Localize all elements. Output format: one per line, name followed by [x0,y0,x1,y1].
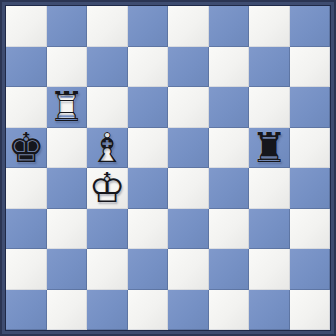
square-a5[interactable]: ♚ [6,128,47,169]
square-c3[interactable] [87,209,128,250]
black-king-glyph: ♚ [6,128,47,169]
square-e7[interactable] [168,47,209,88]
square-g6[interactable] [249,87,290,128]
square-g1[interactable] [249,290,290,331]
square-b8[interactable] [47,6,88,47]
square-f8[interactable] [209,6,250,47]
square-e8[interactable] [168,6,209,47]
square-g2[interactable] [249,249,290,290]
black-rook-glyph: ♜ [249,128,290,169]
square-c8[interactable] [87,6,128,47]
square-d8[interactable] [128,6,169,47]
square-e4[interactable] [168,168,209,209]
square-a4[interactable] [6,168,47,209]
square-d3[interactable] [128,209,169,250]
square-c5[interactable]: ♝♗ [87,128,128,169]
square-d4[interactable] [128,168,169,209]
square-b4[interactable] [47,168,88,209]
square-e5[interactable] [168,128,209,169]
square-f4[interactable] [209,168,250,209]
square-a1[interactable] [6,290,47,331]
white-bishop[interactable]: ♝♗ [87,128,128,169]
black-rook[interactable]: ♜ [249,128,290,169]
square-d6[interactable] [128,87,169,128]
square-b5[interactable] [47,128,88,169]
white-rook[interactable]: ♜♖ [47,87,88,128]
square-b6[interactable]: ♜♖ [47,87,88,128]
square-e3[interactable] [168,209,209,250]
square-a6[interactable] [6,87,47,128]
square-a3[interactable] [6,209,47,250]
square-b2[interactable] [47,249,88,290]
square-f1[interactable] [209,290,250,331]
square-h4[interactable] [290,168,331,209]
square-f3[interactable] [209,209,250,250]
chess-board-frame: ♜♖♚♝♗♜♚♔ [0,0,336,336]
square-a2[interactable] [6,249,47,290]
square-a8[interactable] [6,6,47,47]
square-f7[interactable] [209,47,250,88]
square-h7[interactable] [290,47,331,88]
square-h3[interactable] [290,209,331,250]
square-e2[interactable] [168,249,209,290]
square-h8[interactable] [290,6,331,47]
square-d5[interactable] [128,128,169,169]
square-g8[interactable] [249,6,290,47]
square-b1[interactable] [47,290,88,331]
square-g4[interactable] [249,168,290,209]
square-c7[interactable] [87,47,128,88]
square-h1[interactable] [290,290,331,331]
square-h6[interactable] [290,87,331,128]
square-f5[interactable] [209,128,250,169]
black-king[interactable]: ♚ [6,128,47,169]
square-e1[interactable] [168,290,209,331]
square-a7[interactable] [6,47,47,88]
square-g5[interactable]: ♜ [249,128,290,169]
chess-board: ♜♖♚♝♗♜♚♔ [6,6,330,330]
white-king[interactable]: ♚♔ [87,168,128,209]
square-f2[interactable] [209,249,250,290]
square-h2[interactable] [290,249,331,290]
square-c4[interactable]: ♚♔ [87,168,128,209]
square-h5[interactable] [290,128,331,169]
white-king-outline: ♔ [87,168,128,209]
square-e6[interactable] [168,87,209,128]
square-b3[interactable] [47,209,88,250]
white-rook-outline: ♖ [47,87,88,128]
square-d7[interactable] [128,47,169,88]
square-f6[interactable] [209,87,250,128]
white-bishop-outline: ♗ [87,128,128,169]
square-c1[interactable] [87,290,128,331]
square-b7[interactable] [47,47,88,88]
square-g3[interactable] [249,209,290,250]
square-g7[interactable] [249,47,290,88]
square-c6[interactable] [87,87,128,128]
square-d1[interactable] [128,290,169,331]
square-c2[interactable] [87,249,128,290]
square-d2[interactable] [128,249,169,290]
